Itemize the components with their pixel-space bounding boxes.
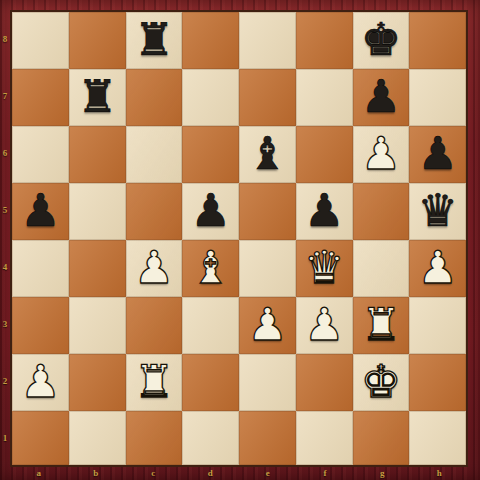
square-c2[interactable]: ♜ (126, 354, 183, 411)
rank-label-2: 2 (0, 353, 10, 410)
square-d6[interactable] (182, 126, 239, 183)
square-e3[interactable]: ♟ (239, 297, 296, 354)
piece-black-pawn[interactable]: ♟ (304, 182, 344, 239)
square-f4[interactable]: ♛ (296, 240, 353, 297)
piece-black-rook[interactable]: ♜ (134, 11, 174, 68)
file-label-a: a (10, 466, 67, 480)
square-b6[interactable] (69, 126, 126, 183)
square-a1[interactable] (12, 411, 69, 465)
square-c4[interactable]: ♟ (126, 240, 183, 297)
square-e2[interactable] (239, 354, 296, 411)
chess-board[interactable]: ♜♚♜♟♝♟♟♟♟♟♛♟♝♛♟♟♟♜♟♜♚ (10, 10, 468, 467)
square-a6[interactable] (12, 126, 69, 183)
square-f6[interactable] (296, 126, 353, 183)
square-h5[interactable]: ♛ (409, 183, 466, 240)
square-f7[interactable] (296, 69, 353, 126)
square-b8[interactable] (69, 12, 126, 69)
piece-white-rook[interactable]: ♜ (361, 296, 401, 353)
piece-white-king[interactable]: ♚ (361, 353, 401, 410)
square-e6[interactable]: ♝ (239, 126, 296, 183)
square-c5[interactable] (126, 183, 183, 240)
file-label-d: d (182, 466, 239, 480)
square-f8[interactable] (296, 12, 353, 69)
square-e7[interactable] (239, 69, 296, 126)
square-a5[interactable]: ♟ (12, 183, 69, 240)
chess-board-frame: 87654321 abcdefgh ♜♚♜♟♝♟♟♟♟♟♛♟♝♛♟♟♟♜♟♜♚ (0, 0, 480, 480)
square-c1[interactable] (126, 411, 183, 465)
piece-black-pawn[interactable]: ♟ (417, 125, 457, 182)
square-e1[interactable] (239, 411, 296, 465)
square-h2[interactable] (409, 354, 466, 411)
square-e4[interactable] (239, 240, 296, 297)
square-g3[interactable]: ♜ (353, 297, 410, 354)
square-g8[interactable]: ♚ (353, 12, 410, 69)
rank-label-7: 7 (0, 67, 10, 124)
square-c8[interactable]: ♜ (126, 12, 183, 69)
rank-label-6: 6 (0, 124, 10, 181)
square-d4[interactable]: ♝ (182, 240, 239, 297)
square-e5[interactable] (239, 183, 296, 240)
square-a7[interactable] (12, 69, 69, 126)
rank-label-4: 4 (0, 239, 10, 296)
rank-label-5: 5 (0, 181, 10, 238)
piece-black-pawn[interactable]: ♟ (190, 182, 230, 239)
square-b5[interactable] (69, 183, 126, 240)
rank-labels: 87654321 (0, 10, 10, 467)
piece-white-queen[interactable]: ♛ (304, 239, 344, 296)
square-d8[interactable] (182, 12, 239, 69)
square-g7[interactable]: ♟ (353, 69, 410, 126)
square-b4[interactable] (69, 240, 126, 297)
square-h1[interactable] (409, 411, 466, 465)
square-f2[interactable] (296, 354, 353, 411)
piece-black-pawn[interactable]: ♟ (20, 182, 60, 239)
square-d1[interactable] (182, 411, 239, 465)
square-g2[interactable]: ♚ (353, 354, 410, 411)
square-b2[interactable] (69, 354, 126, 411)
square-h6[interactable]: ♟ (409, 126, 466, 183)
file-label-f: f (296, 466, 353, 480)
piece-black-pawn[interactable]: ♟ (361, 68, 401, 125)
piece-black-rook[interactable]: ♜ (77, 68, 117, 125)
rank-label-8: 8 (0, 10, 10, 67)
file-label-b: b (67, 466, 124, 480)
piece-white-pawn[interactable]: ♟ (247, 296, 287, 353)
square-g4[interactable] (353, 240, 410, 297)
square-e8[interactable] (239, 12, 296, 69)
square-a2[interactable]: ♟ (12, 354, 69, 411)
file-label-c: c (125, 466, 182, 480)
square-a4[interactable] (12, 240, 69, 297)
piece-white-pawn[interactable]: ♟ (417, 239, 457, 296)
file-label-h: h (411, 466, 468, 480)
square-c3[interactable] (126, 297, 183, 354)
square-f5[interactable]: ♟ (296, 183, 353, 240)
piece-white-pawn[interactable]: ♟ (361, 125, 401, 182)
square-d2[interactable] (182, 354, 239, 411)
square-b3[interactable] (69, 297, 126, 354)
file-label-g: g (354, 466, 411, 480)
square-c6[interactable] (126, 126, 183, 183)
rank-label-1: 1 (0, 410, 10, 467)
square-h4[interactable]: ♟ (409, 240, 466, 297)
square-h7[interactable] (409, 69, 466, 126)
piece-white-pawn[interactable]: ♟ (20, 353, 60, 410)
piece-black-bishop[interactable]: ♝ (247, 125, 287, 182)
square-c7[interactable] (126, 69, 183, 126)
square-b7[interactable]: ♜ (69, 69, 126, 126)
square-a8[interactable] (12, 12, 69, 69)
square-b1[interactable] (69, 411, 126, 465)
square-a3[interactable] (12, 297, 69, 354)
rank-label-3: 3 (0, 296, 10, 353)
piece-white-bishop[interactable]: ♝ (190, 239, 230, 296)
square-f3[interactable]: ♟ (296, 297, 353, 354)
square-g6[interactable]: ♟ (353, 126, 410, 183)
piece-white-pawn[interactable]: ♟ (134, 239, 174, 296)
square-d7[interactable] (182, 69, 239, 126)
file-labels: abcdefgh (10, 466, 468, 480)
square-h3[interactable] (409, 297, 466, 354)
piece-black-queen[interactable]: ♛ (417, 182, 457, 239)
square-d5[interactable]: ♟ (182, 183, 239, 240)
piece-white-pawn[interactable]: ♟ (304, 296, 344, 353)
square-h8[interactable] (409, 12, 466, 69)
piece-white-rook[interactable]: ♜ (134, 353, 174, 410)
square-g1[interactable] (353, 411, 410, 465)
square-d3[interactable] (182, 297, 239, 354)
square-f1[interactable] (296, 411, 353, 465)
square-g5[interactable] (353, 183, 410, 240)
file-label-e: e (239, 466, 296, 480)
piece-black-king[interactable]: ♚ (361, 11, 401, 68)
